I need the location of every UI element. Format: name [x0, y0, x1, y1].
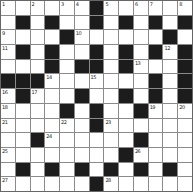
letter-cell-r9c12[interactable] [178, 133, 192, 147]
letter-cell-r10c5[interactable] [75, 148, 89, 162]
block-cell-r3c10 [149, 45, 163, 59]
letter-cell-r8c8[interactable] [119, 119, 133, 133]
letter-cell-r1c11[interactable] [163, 16, 177, 30]
letter-cell-r4c2[interactable] [31, 60, 45, 74]
clue-number-19: 19 [150, 104, 155, 110]
letter-cell-r1c7[interactable] [104, 16, 118, 30]
letter-cell-r0c12[interactable]: 8 [178, 1, 192, 15]
letter-cell-r0c0[interactable]: 1 [1, 1, 15, 15]
clue-number-27: 27 [2, 177, 7, 183]
clue-number-15: 15 [91, 74, 96, 80]
block-cell-r6c8 [119, 89, 133, 103]
block-cell-r1c6 [90, 16, 104, 30]
block-cell-r3c3 [45, 45, 59, 59]
block-cell-r3c12 [178, 45, 192, 59]
letter-cell-r5c7[interactable] [104, 74, 118, 88]
letter-cell-r3c11[interactable]: 12 [163, 45, 177, 59]
block-cell-r7c6 [90, 104, 104, 118]
letter-cell-r10c6[interactable] [90, 148, 104, 162]
clue-number-26: 26 [135, 148, 140, 154]
letter-cell-r11c0[interactable] [1, 163, 15, 177]
letter-cell-r8c10[interactable] [149, 119, 163, 133]
letter-cell-r2c6[interactable] [90, 30, 104, 44]
letter-cell-r3c9[interactable] [134, 45, 148, 59]
letter-cell-r4c4[interactable] [60, 60, 74, 74]
letter-cell-r9c7[interactable] [104, 133, 118, 147]
letter-cell-r2c7[interactable] [104, 30, 118, 44]
letter-cell-r8c3[interactable] [45, 119, 59, 133]
clue-number-17: 17 [32, 89, 37, 95]
block-cell-r11c5 [75, 163, 89, 177]
letter-cell-r12c11[interactable] [163, 177, 177, 191]
clue-number-8: 8 [179, 1, 182, 7]
letter-cell-r7c7[interactable] [104, 104, 118, 118]
block-cell-r1c8 [119, 16, 133, 30]
letter-cell-r7c8[interactable] [119, 104, 133, 118]
letter-cell-r6c0[interactable]: 16 [1, 89, 15, 103]
clue-number-5: 5 [105, 1, 108, 7]
letter-cell-r10c1[interactable] [16, 148, 30, 162]
letter-cell-r9c4[interactable] [60, 133, 74, 147]
letter-cell-r10c2[interactable] [31, 148, 45, 162]
letter-cell-r3c2[interactable] [31, 45, 45, 59]
clue-number-2: 2 [32, 1, 35, 7]
clue-number-6: 6 [135, 1, 138, 7]
letter-cell-r12c3[interactable] [45, 177, 59, 191]
clue-number-18: 18 [2, 104, 7, 110]
block-cell-r3c8 [119, 45, 133, 59]
letter-cell-r11c8[interactable] [119, 163, 133, 177]
block-cell-r12c6 [90, 177, 104, 191]
letter-cell-r12c5[interactable] [75, 177, 89, 191]
letter-cell-r12c0[interactable]: 27 [1, 177, 15, 191]
letter-cell-r0c2[interactable]: 2 [31, 1, 45, 15]
letter-cell-r2c12[interactable] [178, 30, 192, 44]
block-cell-r6c12 [178, 89, 192, 103]
letter-cell-r8c1[interactable] [16, 119, 30, 133]
letter-cell-r8c9[interactable] [134, 119, 148, 133]
block-cell-r2c11 [163, 30, 177, 44]
block-cell-r4c3 [45, 60, 59, 74]
letter-cell-r2c10[interactable] [149, 30, 163, 44]
letter-cell-r11c6[interactable] [90, 163, 104, 177]
letter-cell-r0c9[interactable]: 6 [134, 1, 148, 15]
letter-cell-r12c12[interactable] [178, 177, 192, 191]
letter-cell-r3c4[interactable] [60, 45, 74, 59]
letter-cell-r10c7[interactable] [104, 148, 118, 162]
letter-cell-r0c11[interactable] [163, 1, 177, 15]
letter-cell-r7c11[interactable] [163, 104, 177, 118]
letter-cell-r7c0[interactable]: 18 [1, 104, 15, 118]
letter-cell-r7c1[interactable] [16, 104, 30, 118]
block-cell-r4c6 [90, 60, 104, 74]
letter-cell-r5c3[interactable]: 14 [45, 74, 59, 88]
block-cell-r1c12 [178, 16, 192, 30]
letter-cell-r5c8[interactable] [119, 74, 133, 88]
letter-cell-r9c6[interactable] [90, 133, 104, 147]
letter-cell-r8c7[interactable]: 23 [104, 119, 118, 133]
letter-cell-r10c11[interactable] [163, 148, 177, 162]
block-cell-r11c7 [104, 163, 118, 177]
letter-cell-r12c8[interactable] [119, 177, 133, 191]
block-cell-r1c1 [16, 16, 30, 30]
clue-number-13: 13 [135, 60, 140, 66]
letter-cell-r3c7[interactable] [104, 45, 118, 59]
block-cell-r11c1 [16, 163, 30, 177]
clue-number-20: 20 [179, 104, 184, 110]
letter-cell-r9c5[interactable] [75, 133, 89, 147]
block-cell-r4c5 [75, 60, 89, 74]
clue-number-16: 16 [2, 89, 7, 95]
letter-cell-r5c5[interactable] [75, 74, 89, 88]
letter-cell-r9c3[interactable]: 24 [45, 133, 59, 147]
clue-number-28: 28 [105, 177, 110, 183]
block-cell-r11c11 [163, 163, 177, 177]
block-cell-r5c0 [1, 74, 15, 88]
letter-cell-r1c4[interactable] [60, 16, 74, 30]
block-cell-r9c2 [31, 133, 45, 147]
letter-cell-r2c3[interactable] [45, 30, 59, 44]
letter-cell-r6c4[interactable] [60, 89, 74, 103]
letter-cell-r8c0[interactable]: 21 [1, 119, 15, 133]
letter-cell-r10c3[interactable] [45, 148, 59, 162]
block-cell-r1c3 [45, 16, 59, 30]
letter-cell-r2c8[interactable] [119, 30, 133, 44]
letter-cell-r6c3[interactable] [45, 89, 59, 103]
letter-cell-r7c12[interactable]: 20 [178, 104, 192, 118]
letter-cell-r8c11[interactable] [163, 119, 177, 133]
letter-cell-r9c0[interactable] [1, 133, 15, 147]
letter-cell-r2c5[interactable]: 10 [75, 30, 89, 44]
letter-cell-r9c8[interactable] [119, 133, 133, 147]
clue-number-21: 21 [2, 119, 7, 125]
clue-number-14: 14 [46, 74, 51, 80]
letter-cell-r2c1[interactable] [16, 30, 30, 44]
letter-cell-r4c9[interactable]: 13 [134, 60, 148, 74]
letter-cell-r5c11[interactable] [163, 74, 177, 88]
clue-number-25: 25 [2, 148, 7, 154]
letter-cell-r8c4[interactable]: 22 [60, 119, 74, 133]
block-cell-r6c1 [16, 89, 30, 103]
block-cell-r2c4 [60, 30, 74, 44]
clue-number-11: 11 [2, 45, 7, 51]
letter-cell-r11c4[interactable] [60, 163, 74, 177]
block-cell-r7c9 [134, 104, 148, 118]
letter-cell-r12c2[interactable] [31, 177, 45, 191]
letter-cell-r4c0[interactable] [1, 60, 15, 74]
letter-cell-r11c12[interactable] [178, 163, 192, 177]
block-cell-r3c1 [16, 45, 30, 59]
letter-cell-r0c8[interactable] [119, 1, 133, 15]
block-cell-r4c8 [119, 60, 133, 74]
letter-cell-r3c0[interactable]: 11 [1, 45, 15, 59]
clue-number-10: 10 [76, 30, 81, 36]
letter-cell-r6c6[interactable] [90, 89, 104, 103]
letter-cell-r0c10[interactable]: 7 [149, 1, 163, 15]
letter-cell-r10c4[interactable] [60, 148, 74, 162]
block-cell-r6c10 [149, 89, 163, 103]
letter-cell-r6c2[interactable]: 17 [31, 89, 45, 103]
letter-cell-r3c5[interactable] [75, 45, 89, 59]
letter-cell-r10c10[interactable] [149, 148, 163, 162]
letter-cell-r1c0[interactable] [1, 16, 15, 30]
crossword-grid: 1234567891011121314151617181920212223242… [0, 0, 193, 192]
letter-cell-r1c5[interactable] [75, 16, 89, 30]
letter-cell-r0c5[interactable]: 4 [75, 1, 89, 15]
block-cell-r5c12 [178, 74, 192, 88]
block-cell-r4c12 [178, 60, 192, 74]
letter-cell-r12c9[interactable] [134, 177, 148, 191]
letter-cell-r7c5[interactable] [75, 104, 89, 118]
clue-number-4: 4 [76, 1, 79, 7]
clue-number-23: 23 [105, 119, 110, 125]
letter-cell-r6c7[interactable] [104, 89, 118, 103]
letter-cell-r12c1[interactable] [16, 177, 30, 191]
letter-cell-r0c4[interactable]: 3 [60, 1, 74, 15]
block-cell-r6c5 [75, 89, 89, 103]
block-cell-r0c6 [90, 1, 104, 15]
block-cell-r9c9 [134, 133, 148, 147]
letter-cell-r11c10[interactable] [149, 163, 163, 177]
letter-cell-r7c10[interactable]: 19 [149, 104, 163, 118]
letter-cell-r5c9[interactable] [134, 74, 148, 88]
letter-cell-r6c9[interactable] [134, 89, 148, 103]
block-cell-r11c9 [134, 163, 148, 177]
letter-cell-r7c3[interactable] [45, 104, 59, 118]
block-cell-r7c4 [60, 104, 74, 118]
clue-number-3: 3 [61, 1, 64, 7]
letter-cell-r4c1[interactable] [16, 60, 30, 74]
letter-cell-r2c2[interactable] [31, 30, 45, 44]
block-cell-r5c2 [31, 74, 45, 88]
block-cell-r1c10 [149, 16, 163, 30]
letter-cell-r2c0[interactable]: 9 [1, 30, 15, 44]
letter-cell-r12c7[interactable]: 28 [104, 177, 118, 191]
letter-cell-r0c1[interactable] [16, 1, 30, 15]
letter-cell-r0c7[interactable]: 5 [104, 1, 118, 15]
letter-cell-r4c11[interactable] [163, 60, 177, 74]
letter-cell-r5c4[interactable] [60, 74, 74, 88]
letter-cell-r4c7[interactable] [104, 60, 118, 74]
clue-number-12: 12 [164, 45, 169, 51]
letter-cell-r7c2[interactable] [31, 104, 45, 118]
clue-number-1: 1 [2, 1, 5, 7]
block-cell-r10c8 [119, 148, 133, 162]
letter-cell-r9c11[interactable] [163, 133, 177, 147]
letter-cell-r1c9[interactable] [134, 16, 148, 30]
letter-cell-r0c3[interactable] [45, 1, 59, 15]
letter-cell-r5c6[interactable]: 15 [90, 74, 104, 88]
letter-cell-r2c9[interactable] [134, 30, 148, 44]
letter-cell-r12c10[interactable] [149, 177, 163, 191]
letter-cell-r10c12[interactable] [178, 148, 192, 162]
clue-number-7: 7 [150, 1, 153, 7]
letter-cell-r12c4[interactable] [60, 177, 74, 191]
clue-number-9: 9 [2, 30, 5, 36]
letter-cell-r8c12[interactable] [178, 119, 192, 133]
letter-cell-r8c5[interactable] [75, 119, 89, 133]
letter-cell-r9c1[interactable] [16, 133, 30, 147]
letter-cell-r6c11[interactable] [163, 89, 177, 103]
block-cell-r11c3 [45, 163, 59, 177]
block-cell-r5c10 [149, 74, 163, 88]
block-cell-r3c6 [90, 45, 104, 59]
letter-cell-r10c9[interactable]: 26 [134, 148, 148, 162]
letter-cell-r1c2[interactable] [31, 16, 45, 30]
letter-cell-r8c2[interactable] [31, 119, 45, 133]
letter-cell-r10c0[interactable]: 25 [1, 148, 15, 162]
clue-number-24: 24 [46, 133, 51, 139]
letter-cell-r11c2[interactable] [31, 163, 45, 177]
clue-number-22: 22 [61, 119, 66, 125]
letter-cell-r4c10[interactable] [149, 60, 163, 74]
block-cell-r5c1 [16, 74, 30, 88]
letter-cell-r9c10[interactable] [149, 133, 163, 147]
block-cell-r8c6 [90, 119, 104, 133]
